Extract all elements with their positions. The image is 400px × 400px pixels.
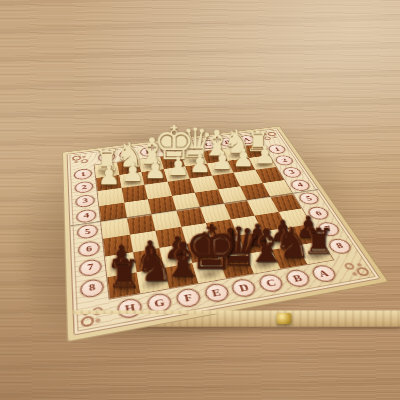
square-h8[interactable]: ♜ <box>107 272 139 299</box>
rank-label-left-8: 8 <box>76 275 108 301</box>
coordinate-circle: 1 <box>74 168 93 180</box>
coordinate-circle: 5 <box>77 224 99 240</box>
square-h4[interactable] <box>99 202 126 221</box>
piece-white-pawn[interactable]: ♟ <box>98 162 121 188</box>
piece-white-pawn[interactable]: ♟ <box>254 143 276 167</box>
piece-white-pawn[interactable]: ♟ <box>121 159 144 185</box>
piece-white-pawn[interactable]: ♟ <box>211 148 233 173</box>
ornamental-border: HGFEDCBA HGFEDCBA 12345678 12345678 ♜♞♝♚… <box>67 129 381 336</box>
piece-white-pawn[interactable]: ♟ <box>144 156 167 181</box>
square-d3[interactable] <box>190 176 218 193</box>
coordinate-circle: G <box>146 292 173 314</box>
file-label-bottom-e: E <box>199 279 234 307</box>
piece-white-pawn[interactable]: ♟ <box>189 151 211 176</box>
product-photo-scene: HGFEDCBA HGFEDCBA 12345678 12345678 ♜♞♝♚… <box>0 0 400 400</box>
coordinate-circle: F <box>175 287 203 309</box>
corner-ornament-top-left <box>71 154 90 166</box>
coordinate-circle: 3 <box>281 166 304 178</box>
piece-white-pawn[interactable]: ♟ <box>233 145 255 170</box>
coordinate-circle: 5 <box>297 192 322 206</box>
coordinate-circle: 3 <box>75 194 95 208</box>
piece-white-pawn[interactable]: ♟ <box>167 154 190 179</box>
coordinate-circle: 2 <box>273 155 295 166</box>
file-label-bottom-g: G <box>143 289 177 318</box>
coordinate-circle: 4 <box>76 208 97 223</box>
corner-ornament-bottom-right <box>341 259 373 279</box>
square-g4[interactable] <box>124 199 152 218</box>
folding-chess-board: HGFEDCBA HGFEDCBA 12345678 12345678 ♜♞♝♚… <box>62 126 389 342</box>
coordinate-circle: 7 <box>79 258 102 277</box>
square-e3[interactable] <box>167 179 194 196</box>
coordinate-circle: H <box>117 297 144 320</box>
square-g3[interactable] <box>121 185 148 202</box>
square-h5[interactable] <box>101 218 129 239</box>
brass-clasp[interactable] <box>277 313 292 324</box>
file-label-bottom-d: D <box>226 275 262 302</box>
file-label-bottom-h: H <box>114 294 147 324</box>
piece-black-rook[interactable]: ♜ <box>107 254 142 293</box>
coordinate-circle: B <box>283 268 312 288</box>
coordinate-circle: 6 <box>78 240 100 258</box>
perspective-wrapper: HGFEDCBA HGFEDCBA 12345678 12345678 ♜♞♝♚… <box>0 0 400 400</box>
coordinate-circle: D <box>230 278 259 299</box>
coordinate-circle: A <box>309 264 339 284</box>
coordinate-circle: E <box>203 282 231 303</box>
coordinate-circle: 2 <box>74 181 93 194</box>
corner-ornament-bottom-left <box>79 304 106 329</box>
coordinate-circle: 8 <box>80 278 104 299</box>
